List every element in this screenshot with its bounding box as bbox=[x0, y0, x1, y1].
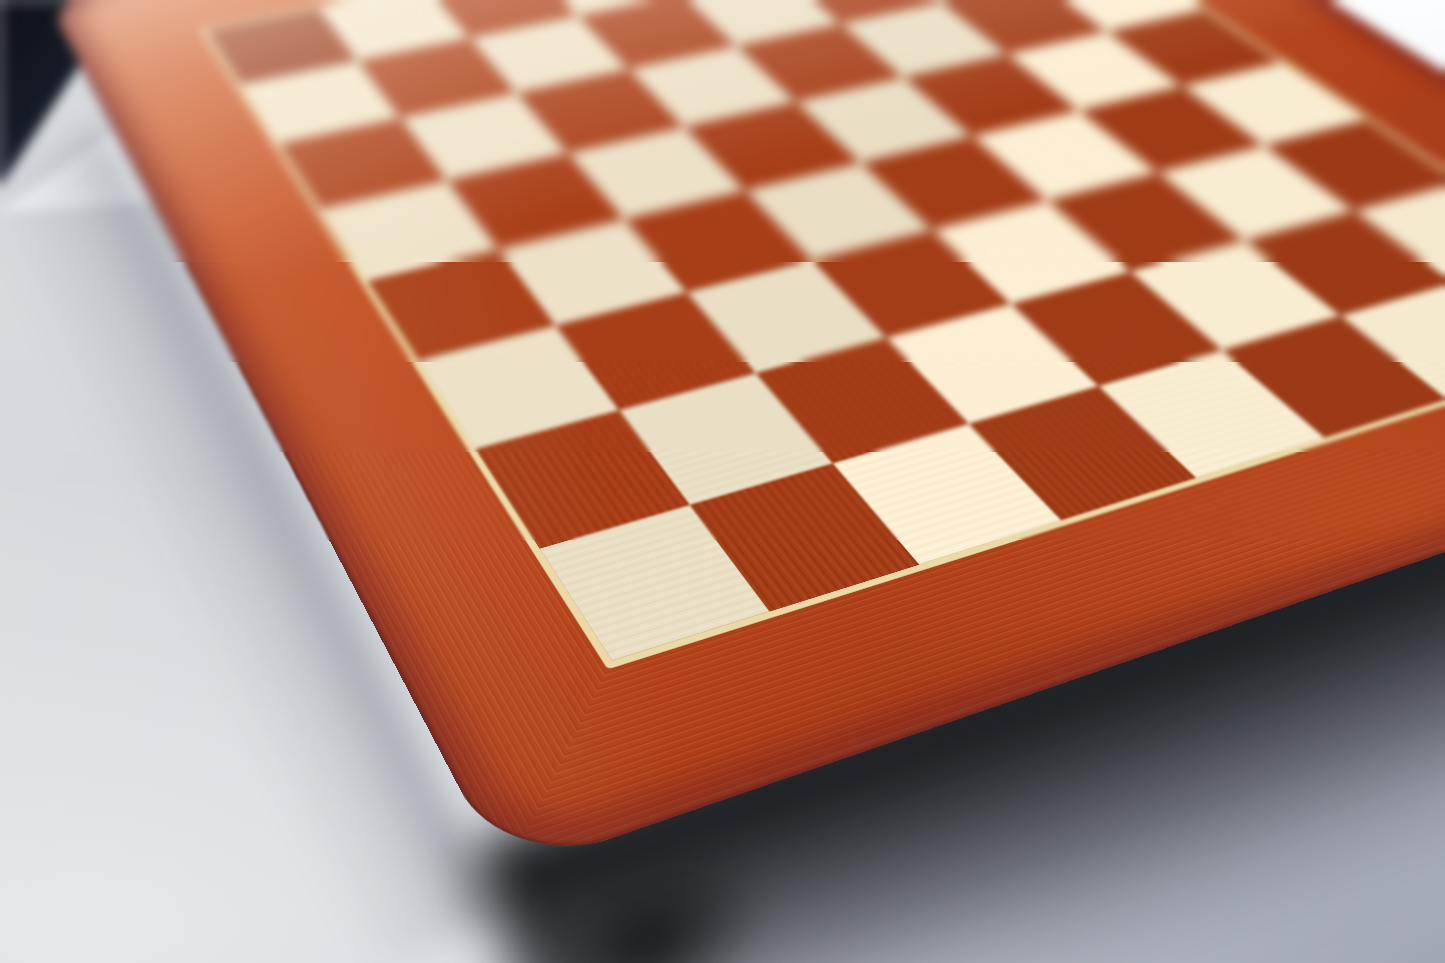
square-r3c5 bbox=[903, 54, 1079, 136]
square-r4c3 bbox=[745, 163, 932, 261]
square-r1c1 bbox=[357, 38, 516, 118]
square-r1c5 bbox=[783, 0, 941, 24]
square-r6c0 bbox=[476, 410, 690, 548]
square-r6c1 bbox=[619, 373, 833, 505]
square-r5c4 bbox=[932, 201, 1130, 304]
square-r4c7 bbox=[1182, 62, 1366, 145]
square-r7c6 bbox=[1340, 283, 1445, 399]
square-r5c5 bbox=[1047, 172, 1244, 271]
square-r5c1 bbox=[556, 292, 756, 410]
square-r0c2 bbox=[426, 0, 577, 38]
square-r2c6 bbox=[941, 0, 1107, 54]
square-r1c0 bbox=[241, 61, 400, 144]
square-r3c2 bbox=[568, 127, 745, 219]
square-r2c7 bbox=[1038, 0, 1203, 32]
square-r2c0 bbox=[279, 118, 447, 209]
square-r5c6 bbox=[1158, 146, 1354, 241]
square-r0c0 bbox=[206, 8, 357, 84]
square-r0c3 bbox=[531, 0, 682, 16]
square-r1c3 bbox=[578, 0, 737, 69]
square-r5c3 bbox=[812, 230, 1011, 338]
square-r3c6 bbox=[1007, 32, 1182, 111]
square-r1c2 bbox=[470, 16, 629, 93]
square-r2c1 bbox=[400, 93, 568, 180]
square-r4c6 bbox=[1079, 86, 1264, 172]
square-r4c1 bbox=[499, 219, 687, 325]
square-r7c5 bbox=[1222, 316, 1445, 438]
square-r6c6 bbox=[1244, 211, 1445, 316]
square-r7c4 bbox=[1098, 350, 1324, 478]
square-r4c5 bbox=[972, 111, 1158, 201]
maple-inlay-line bbox=[199, 0, 1445, 670]
square-r7c0 bbox=[540, 505, 770, 661]
square-r4c4 bbox=[861, 136, 1048, 230]
square-r6c5 bbox=[1130, 241, 1340, 351]
square-r3c3 bbox=[684, 102, 861, 191]
square-r5c2 bbox=[687, 260, 887, 373]
square-r1c4 bbox=[682, 0, 840, 46]
square-r1c6 bbox=[880, 0, 1038, 2]
square-r6c3 bbox=[886, 304, 1098, 424]
square-r3c4 bbox=[796, 77, 972, 162]
square-r2c4 bbox=[736, 24, 903, 102]
square-r4c0 bbox=[367, 249, 555, 360]
square-r7c2 bbox=[833, 424, 1061, 565]
square-r2c2 bbox=[517, 69, 685, 153]
chessboard-grid bbox=[206, 0, 1445, 661]
square-r7c3 bbox=[969, 386, 1196, 520]
square-r0c1 bbox=[318, 0, 469, 61]
square-r6c4 bbox=[1011, 272, 1222, 387]
square-r3c0 bbox=[321, 180, 498, 280]
square-r7c1 bbox=[690, 463, 919, 611]
photo-scene bbox=[0, 0, 1445, 963]
square-r5c7 bbox=[1264, 120, 1445, 211]
square-r6c2 bbox=[756, 338, 969, 464]
square-r2c5 bbox=[840, 2, 1006, 77]
square-r3c7 bbox=[1107, 10, 1281, 86]
border-wood-grain-right bbox=[945, 0, 1445, 422]
square-r3c1 bbox=[447, 153, 624, 249]
square-r4c2 bbox=[624, 190, 812, 292]
square-r2c3 bbox=[629, 46, 796, 127]
square-r5c0 bbox=[418, 326, 618, 450]
square-r6c7 bbox=[1354, 182, 1445, 283]
